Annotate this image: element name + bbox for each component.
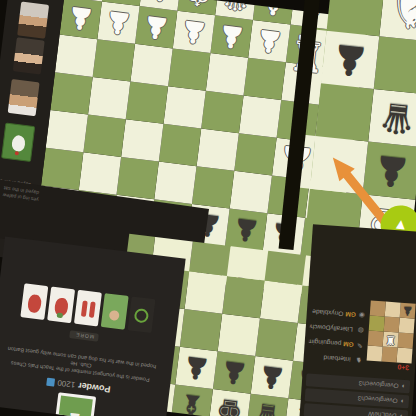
bot-badge-icon	[46, 378, 55, 387]
board-square[interactable]	[370, 301, 386, 317]
board-square[interactable]	[213, 351, 255, 393]
streamer-title: GM	[345, 311, 356, 319]
board-square[interactable]	[46, 110, 88, 152]
character-card[interactable]: ♟	[53, 392, 97, 416]
board-square[interactable]	[367, 345, 383, 361]
board-square[interactable]	[234, 133, 276, 175]
board-square[interactable]	[41, 148, 83, 190]
board-square[interactable]	[88, 77, 130, 119]
streamer-list: ♞ interband ✎ GM penguingim1 ◍ Literally…	[307, 296, 367, 368]
board-square[interactable]	[130, 44, 172, 86]
profile-name-row: Powder 1200	[46, 377, 111, 395]
board-square[interactable]	[60, 0, 102, 39]
face-icon	[109, 310, 120, 321]
character-art: ♟	[56, 396, 93, 416]
card-green-face[interactable]	[101, 293, 129, 330]
streamer-name: LiterallyDowcheft	[309, 323, 353, 333]
board-square[interactable]	[50, 72, 92, 114]
board-square[interactable]	[208, 389, 250, 416]
board-square[interactable]	[192, 166, 234, 208]
board-square[interactable]	[175, 347, 217, 389]
board-square[interactable]	[93, 39, 135, 81]
board-square[interactable]	[97, 1, 139, 43]
board-square[interactable]	[230, 171, 272, 213]
board-square[interactable]	[251, 356, 293, 398]
streamer-thumbnail-3[interactable]	[8, 79, 40, 116]
streamer-name: penguingim1	[308, 338, 341, 348]
shield-icon	[11, 135, 26, 152]
board-square[interactable]	[400, 303, 416, 319]
tv-board-thumbnail[interactable]: ♜♟	[367, 301, 416, 364]
board-square[interactable]	[154, 162, 196, 204]
board-square[interactable]	[79, 152, 121, 194]
board-square[interactable]	[185, 271, 227, 313]
board-square[interactable]	[369, 316, 385, 332]
pencil-icon: ✎	[355, 341, 364, 350]
board-square[interactable]	[239, 95, 281, 137]
board-square[interactable]	[201, 91, 243, 133]
board-square[interactable]	[218, 314, 260, 356]
horse-icon: ♞	[354, 356, 363, 365]
board-square[interactable]	[168, 48, 210, 90]
correspondence-name: DvdLheW	[368, 411, 397, 416]
board-square[interactable]	[210, 15, 252, 57]
board-square[interactable]	[83, 115, 125, 157]
streamer-title: GM	[343, 341, 354, 349]
board-square[interactable]	[385, 302, 401, 318]
board-square[interactable]	[222, 276, 264, 318]
notification-dot	[15, 151, 19, 155]
correspondence-clock-icon: ◑	[400, 398, 405, 405]
profile-bio: Powder is the youngest member of the Tea…	[5, 345, 156, 384]
tv-thumbnail-column: 3+0 ♜♟	[365, 300, 416, 371]
board-square[interactable]	[116, 157, 158, 199]
board-square[interactable]	[255, 318, 297, 360]
board-square[interactable]	[121, 119, 163, 161]
board-square[interactable]	[206, 53, 248, 95]
tv-icon: ◉	[357, 311, 366, 320]
board-square[interactable]	[248, 20, 290, 62]
streamer-thumbnail-2[interactable]	[13, 37, 45, 74]
board-square[interactable]	[383, 332, 399, 348]
lichess-card-thumbnail[interactable]	[1, 123, 35, 162]
board-square[interactable]	[368, 330, 384, 346]
profile-rating: 1200	[57, 379, 76, 390]
profile-name[interactable]: Powder	[77, 381, 110, 395]
board-square[interactable]	[173, 11, 215, 53]
board-square[interactable]	[171, 384, 213, 416]
tv-panel: ◑ DvdLheW ◑ Overglovech3 ◑ Overglovech3 …	[299, 224, 416, 416]
green-ring-icon	[134, 308, 150, 324]
streamer-thumbnail-1[interactable]	[17, 2, 49, 39]
board-square[interactable]	[382, 346, 398, 362]
board-square[interactable]	[180, 309, 222, 351]
board-square[interactable]	[126, 82, 168, 124]
card-red-1[interactable]	[20, 283, 48, 320]
board-square[interactable]	[55, 35, 97, 77]
board-square[interactable]	[398, 333, 414, 349]
streamer-name: interband	[323, 354, 351, 363]
streamer-name: Onyxblade	[312, 309, 343, 318]
more-button[interactable]: MORE	[70, 330, 100, 341]
screenshot-collage: { "game": "chess", "scene": "rotated col…	[0, 0, 416, 416]
board-square[interactable]	[384, 317, 400, 333]
board-square[interactable]	[397, 348, 413, 364]
board-square[interactable]	[197, 128, 239, 170]
board-square[interactable]	[244, 58, 286, 100]
board-square[interactable]	[260, 281, 302, 323]
board-square[interactable]	[225, 209, 267, 251]
circle-icon: ◍	[356, 326, 365, 335]
board-square[interactable]	[163, 86, 205, 128]
tv-block: 3+0 ♜♟ ♞ interband ✎ GM penguingim1 ◍ Li…	[307, 296, 415, 371]
correspondence-name: Overglovech3	[357, 395, 397, 405]
board-square[interactable]	[135, 6, 177, 48]
correspondence-name: Overglovech3	[358, 380, 398, 390]
card-red-3[interactable]	[74, 290, 102, 327]
related-cards-row	[20, 283, 155, 333]
profile-panel: ♟ Powder 1200 Powder is the youngest mem…	[0, 237, 186, 416]
board-square[interactable]	[159, 124, 201, 166]
correspondence-clock-icon: ◑	[401, 383, 406, 390]
card-dark-emblem[interactable]	[128, 296, 156, 333]
card-red-2[interactable]	[47, 287, 75, 324]
board-square[interactable]	[399, 318, 415, 334]
